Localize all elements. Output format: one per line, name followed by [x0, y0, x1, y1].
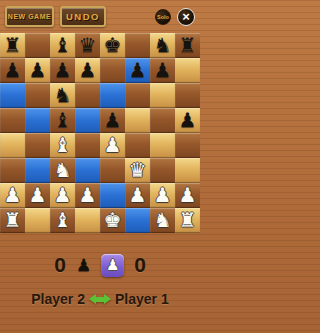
- square-f2[interactable]: ♟: [125, 183, 150, 208]
- square-g2[interactable]: ♟: [150, 183, 175, 208]
- square-d2[interactable]: ♟: [75, 183, 100, 208]
- white-captured-count: 0: [134, 253, 146, 277]
- square-d3[interactable]: [75, 158, 100, 183]
- piece-white-knight: ♞: [154, 208, 172, 233]
- square-c5[interactable]: ♝: [50, 108, 75, 133]
- square-f3[interactable]: ♛: [125, 158, 150, 183]
- square-e5[interactable]: ♟: [100, 108, 125, 133]
- square-h4[interactable]: [175, 133, 200, 158]
- square-g7[interactable]: ♟: [150, 58, 175, 83]
- square-d1[interactable]: [75, 208, 100, 233]
- square-d7[interactable]: ♟: [75, 58, 100, 83]
- piece-white-queen: ♛: [129, 158, 147, 183]
- piece-black-knight: ♞: [54, 83, 72, 108]
- piece-white-bishop: ♝: [54, 133, 72, 158]
- piece-white-bishop: ♝: [54, 208, 72, 233]
- square-d4[interactable]: [75, 133, 100, 158]
- square-h5[interactable]: ♟: [175, 108, 200, 133]
- piece-white-pawn: ♟: [104, 133, 122, 158]
- square-f4[interactable]: [125, 133, 150, 158]
- square-a5[interactable]: [0, 108, 25, 133]
- solo-mode-button[interactable]: Solo: [155, 9, 171, 25]
- piece-white-king: ♚: [104, 208, 122, 233]
- player1-label: Player 1: [115, 291, 169, 307]
- black-captured-count: 0: [54, 253, 66, 277]
- white-pawn-icon: ♟: [106, 258, 119, 273]
- square-c4[interactable]: ♝: [50, 133, 75, 158]
- square-g4[interactable]: [150, 133, 175, 158]
- swap-turn-arrow-icon: [89, 294, 111, 304]
- square-f6[interactable]: [125, 83, 150, 108]
- piece-black-pawn: ♟: [29, 58, 47, 83]
- white-turn-indicator: ♟: [101, 254, 124, 277]
- square-d5[interactable]: [75, 108, 100, 133]
- black-pawn-icon: ♟: [76, 257, 91, 274]
- piece-black-rook: ♜: [179, 33, 197, 58]
- square-a1[interactable]: ♜: [0, 208, 25, 233]
- chess-board: ♜♝♛♚♞♜♟♟♟♟♟♟♞♝♟♟♝♟♞♛♟♟♟♟♟♟♟♜♝♚♞♜: [0, 33, 200, 233]
- piece-black-pawn: ♟: [129, 58, 147, 83]
- square-a2[interactable]: ♟: [0, 183, 25, 208]
- square-g6[interactable]: [150, 83, 175, 108]
- piece-white-rook: ♜: [179, 208, 197, 233]
- piece-white-pawn: ♟: [154, 183, 172, 208]
- square-h3[interactable]: [175, 158, 200, 183]
- square-c1[interactable]: ♝: [50, 208, 75, 233]
- piece-white-pawn: ♟: [79, 183, 97, 208]
- square-h2[interactable]: ♟: [175, 183, 200, 208]
- turn-bar: Player 2 Player 1: [0, 291, 200, 307]
- square-b6[interactable]: [25, 83, 50, 108]
- square-c7[interactable]: ♟: [50, 58, 75, 83]
- square-c6[interactable]: ♞: [50, 83, 75, 108]
- piece-black-pawn: ♟: [54, 58, 72, 83]
- square-f5[interactable]: [125, 108, 150, 133]
- piece-black-rook: ♜: [4, 33, 22, 58]
- square-e3[interactable]: [100, 158, 125, 183]
- piece-black-pawn: ♟: [104, 108, 122, 133]
- square-e6[interactable]: [100, 83, 125, 108]
- square-d8[interactable]: ♛: [75, 33, 100, 58]
- square-e7[interactable]: [100, 58, 125, 83]
- piece-white-pawn: ♟: [4, 183, 22, 208]
- square-b5[interactable]: [25, 108, 50, 133]
- square-a3[interactable]: [0, 158, 25, 183]
- piece-black-pawn: ♟: [79, 58, 97, 83]
- square-a7[interactable]: ♟: [0, 58, 25, 83]
- new-game-button[interactable]: NEW GAME: [5, 6, 54, 27]
- square-g1[interactable]: ♞: [150, 208, 175, 233]
- piece-black-pawn: ♟: [179, 108, 197, 133]
- square-b8[interactable]: [25, 33, 50, 58]
- square-e4[interactable]: ♟: [100, 133, 125, 158]
- player2-label: Player 2: [31, 291, 85, 307]
- capture-bar: 0 ♟ ♟ 0: [0, 248, 200, 282]
- square-c8[interactable]: ♝: [50, 33, 75, 58]
- piece-black-king: ♚: [104, 33, 122, 58]
- square-f1[interactable]: [125, 208, 150, 233]
- piece-black-queen: ♛: [79, 33, 97, 58]
- square-e8[interactable]: ♚: [100, 33, 125, 58]
- piece-white-knight: ♞: [54, 158, 72, 183]
- square-f8[interactable]: [125, 33, 150, 58]
- piece-black-knight: ♞: [154, 33, 172, 58]
- square-b2[interactable]: ♟: [25, 183, 50, 208]
- square-g3[interactable]: [150, 158, 175, 183]
- square-d6[interactable]: [75, 83, 100, 108]
- square-b3[interactable]: [25, 158, 50, 183]
- top-bar: NEW GAME UNDO Solo ×: [0, 0, 200, 33]
- undo-button[interactable]: UNDO: [60, 6, 106, 27]
- square-e2[interactable]: [100, 183, 125, 208]
- piece-white-pawn: ♟: [179, 183, 197, 208]
- square-b1[interactable]: [25, 208, 50, 233]
- chess-app: NEW GAME UNDO Solo × ♜♝♛♚♞♜♟♟♟♟♟♟♞♝♟♟♝♟♞…: [0, 0, 200, 333]
- square-b7[interactable]: ♟: [25, 58, 50, 83]
- square-h6[interactable]: [175, 83, 200, 108]
- piece-black-pawn: ♟: [154, 58, 172, 83]
- piece-white-rook: ♜: [4, 208, 22, 233]
- square-e1[interactable]: ♚: [100, 208, 125, 233]
- piece-black-bishop: ♝: [54, 33, 72, 58]
- close-button[interactable]: ×: [177, 8, 195, 26]
- piece-white-pawn: ♟: [54, 183, 72, 208]
- square-g5[interactable]: [150, 108, 175, 133]
- square-f7[interactable]: ♟: [125, 58, 150, 83]
- square-c2[interactable]: ♟: [50, 183, 75, 208]
- square-a6[interactable]: [0, 83, 25, 108]
- square-c3[interactable]: ♞: [50, 158, 75, 183]
- square-b4[interactable]: [25, 133, 50, 158]
- square-h8[interactable]: ♜: [175, 33, 200, 58]
- close-icon: ×: [182, 10, 190, 23]
- square-a8[interactable]: ♜: [0, 33, 25, 58]
- square-h7[interactable]: [175, 58, 200, 83]
- piece-black-bishop: ♝: [54, 108, 72, 133]
- square-h1[interactable]: ♜: [175, 208, 200, 233]
- piece-white-pawn: ♟: [29, 183, 47, 208]
- square-g8[interactable]: ♞: [150, 33, 175, 58]
- piece-black-pawn: ♟: [4, 58, 22, 83]
- square-a4[interactable]: [0, 133, 25, 158]
- piece-white-pawn: ♟: [129, 183, 147, 208]
